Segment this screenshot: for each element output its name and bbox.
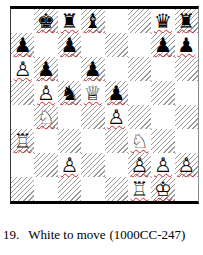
square-h8: ♜ <box>175 9 198 33</box>
square-b4: ♞♘ <box>34 105 57 129</box>
square-e3 <box>105 129 128 153</box>
white-piece-outline: ♕ <box>84 81 102 105</box>
square-e8 <box>105 9 128 33</box>
white-king-g1: ♚♔ <box>154 177 172 201</box>
white-knight-f3: ♞♘ <box>131 129 149 153</box>
square-f4 <box>128 105 151 129</box>
square-b7 <box>34 33 57 57</box>
square-a1 <box>11 177 34 201</box>
square-g3 <box>151 129 174 153</box>
black-piece-glyph: ♟ <box>107 81 125 105</box>
white-piece-outline: ♙ <box>107 105 125 129</box>
square-a6: ♟♙ <box>11 57 34 81</box>
white-piece-outline: ♙ <box>60 153 78 177</box>
square-a2 <box>11 153 34 177</box>
square-g1: ♚♔ <box>151 177 174 201</box>
square-g7: ♟ <box>151 33 174 57</box>
square-g6 <box>151 57 174 81</box>
square-e7 <box>105 33 128 57</box>
square-g4 <box>151 105 174 129</box>
black-pawn-h7: ♟ <box>177 33 195 57</box>
black-rook-c8: ♜ <box>60 9 78 33</box>
white-pawn-b5: ♟♙ <box>37 81 55 105</box>
square-d5: ♛♕ <box>81 81 104 105</box>
square-d1 <box>81 177 104 201</box>
square-c2: ♟♙ <box>58 153 81 177</box>
white-rook-a3: ♜♖ <box>14 129 32 153</box>
black-piece-glyph: ♟ <box>14 33 32 57</box>
black-pawn-g7: ♟ <box>154 33 172 57</box>
square-c6 <box>58 57 81 81</box>
square-b6: ♟ <box>34 57 57 81</box>
diagram-caption: 19.White to move(1000CC-247) <box>3 227 185 243</box>
white-pawn-c2: ♟♙ <box>60 153 78 177</box>
chess-diagram-page: { "game": "chess", "position": { "fen": … <box>0 0 203 255</box>
black-pawn-a7: ♟ <box>14 33 32 57</box>
square-h7: ♟ <box>175 33 198 57</box>
square-g5 <box>151 81 174 105</box>
white-piece-outline: ♘ <box>37 105 55 129</box>
square-a3: ♜♖ <box>11 129 34 153</box>
square-e1 <box>105 177 128 201</box>
square-d6: ♟ <box>81 57 104 81</box>
black-knight-c5: ♞ <box>60 81 78 105</box>
caption-source: (1000CC-247) <box>110 227 186 242</box>
square-f5 <box>128 81 151 105</box>
black-king-b8: ♚ <box>37 9 55 33</box>
square-d8: ♝ <box>81 9 104 33</box>
square-e2 <box>105 153 128 177</box>
square-a4 <box>11 105 34 129</box>
black-bishop-d8: ♝ <box>84 9 102 33</box>
white-knight-b4: ♞♘ <box>37 105 55 129</box>
square-d2 <box>81 153 104 177</box>
square-a5 <box>11 81 34 105</box>
caption-number: 19. <box>3 227 19 242</box>
square-f2: ♟♙ <box>128 153 151 177</box>
black-piece-glyph: ♛ <box>154 9 172 33</box>
white-pawn-f2: ♟♙ <box>131 153 149 177</box>
square-a7: ♟ <box>11 33 34 57</box>
square-g2: ♟♙ <box>151 153 174 177</box>
square-c8: ♜ <box>58 9 81 33</box>
black-piece-glyph: ♟ <box>60 33 78 57</box>
black-pawn-e5: ♟ <box>107 81 125 105</box>
square-e6 <box>105 57 128 81</box>
white-pawn-a6: ♟♙ <box>14 57 32 81</box>
black-piece-glyph: ♟ <box>154 33 172 57</box>
white-rook-f1: ♜♖ <box>131 177 149 201</box>
black-pawn-c7: ♟ <box>60 33 78 57</box>
square-f1: ♜♖ <box>128 177 151 201</box>
black-piece-glyph: ♞ <box>60 81 78 105</box>
black-piece-glyph: ♜ <box>60 9 78 33</box>
caption-text: White to move <box>28 227 105 242</box>
black-piece-glyph: ♝ <box>84 9 102 33</box>
white-piece-outline: ♖ <box>14 129 32 153</box>
chess-board: ♚♜♝♛♜♟♟♟♟♟♙♟♟♟♙♞♛♕♟♞♘♟♙♜♖♞♘♟♙♟♙♟♙♟♙♜♖♚♔ <box>10 6 199 204</box>
black-rook-h8: ♜ <box>177 9 195 33</box>
square-b2 <box>34 153 57 177</box>
black-piece-glyph: ♟ <box>84 57 102 81</box>
white-piece-outline: ♙ <box>131 153 149 177</box>
white-pawn-g2: ♟♙ <box>154 153 172 177</box>
square-h3 <box>175 129 198 153</box>
square-h6 <box>175 57 198 81</box>
square-e5: ♟ <box>105 81 128 105</box>
square-f3: ♞♘ <box>128 129 151 153</box>
square-b3 <box>34 129 57 153</box>
square-g8: ♛ <box>151 9 174 33</box>
square-c1 <box>58 177 81 201</box>
square-d7 <box>81 33 104 57</box>
square-b8: ♚ <box>34 9 57 33</box>
black-piece-glyph: ♜ <box>177 9 195 33</box>
black-piece-glyph: ♟ <box>177 33 195 57</box>
white-pawn-h2: ♟♙ <box>177 153 195 177</box>
white-piece-outline: ♙ <box>37 81 55 105</box>
square-a8 <box>11 9 34 33</box>
square-f6 <box>128 57 151 81</box>
white-piece-outline: ♙ <box>14 57 32 81</box>
white-piece-outline: ♙ <box>154 153 172 177</box>
square-c5: ♞ <box>58 81 81 105</box>
square-h2: ♟♙ <box>175 153 198 177</box>
square-f8 <box>128 9 151 33</box>
white-piece-outline: ♘ <box>131 129 149 153</box>
square-e4: ♟♙ <box>105 105 128 129</box>
square-c4 <box>58 105 81 129</box>
white-pawn-e4: ♟♙ <box>107 105 125 129</box>
black-pawn-d6: ♟ <box>84 57 102 81</box>
square-b1 <box>34 177 57 201</box>
square-d3 <box>81 129 104 153</box>
square-h5 <box>175 81 198 105</box>
square-h4 <box>175 105 198 129</box>
white-piece-outline: ♙ <box>177 153 195 177</box>
square-h1 <box>175 177 198 201</box>
white-queen-d5: ♛♕ <box>84 81 102 105</box>
square-c3 <box>58 129 81 153</box>
black-pawn-b6: ♟ <box>37 57 55 81</box>
white-piece-outline: ♔ <box>154 177 172 201</box>
square-c7: ♟ <box>58 33 81 57</box>
black-queen-g8: ♛ <box>154 9 172 33</box>
square-b5: ♟♙ <box>34 81 57 105</box>
black-piece-glyph: ♟ <box>37 57 55 81</box>
square-d4 <box>81 105 104 129</box>
square-f7 <box>128 33 151 57</box>
white-piece-outline: ♖ <box>131 177 149 201</box>
black-piece-glyph: ♚ <box>37 9 55 33</box>
